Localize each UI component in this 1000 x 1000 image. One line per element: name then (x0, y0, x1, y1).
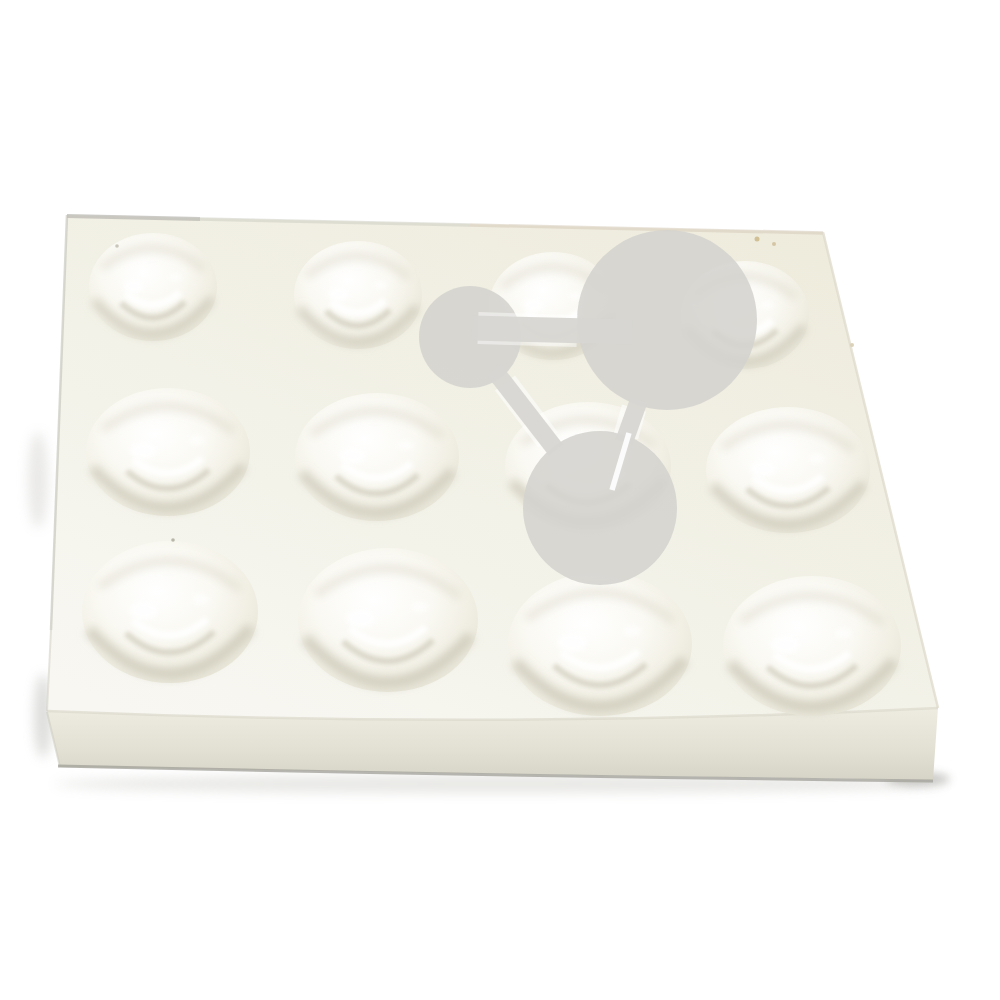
watermark-atom-bottom (523, 431, 677, 585)
well-r2-c4 (706, 407, 870, 533)
well-r2-c2 (295, 393, 459, 521)
well-r2-c1 (86, 388, 250, 516)
spot-plate-photo (0, 0, 1000, 1000)
well-r3-c1 (82, 541, 258, 683)
well-r1-c1 (89, 233, 217, 341)
well-r3-c2 (298, 548, 478, 692)
photo-canvas (0, 0, 1000, 1000)
well-r3-c4 (723, 576, 901, 716)
well-r3-c3 (508, 572, 692, 716)
well-r1-c2 (294, 241, 422, 349)
watermark-bond-left-large (472, 328, 632, 332)
